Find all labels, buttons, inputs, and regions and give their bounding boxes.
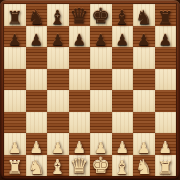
black-pawn-icon: ♟ <box>116 33 129 48</box>
white-pawn-icon: ♟ <box>159 141 172 156</box>
square-f2[interactable]: ♟ <box>112 133 134 155</box>
black-king-icon: ♚ <box>91 6 110 27</box>
square-f4[interactable] <box>112 90 134 112</box>
square-b1[interactable]: ♞ <box>26 155 48 177</box>
piece-white-bishop-f1[interactable]: ♝ <box>112 155 134 177</box>
piece-white-queen-d1[interactable]: ♛ <box>69 155 91 177</box>
square-b7[interactable]: ♟ <box>26 26 48 48</box>
white-knight-icon: ♞ <box>135 158 152 177</box>
square-d6[interactable] <box>69 47 91 69</box>
white-pawn-icon: ♟ <box>116 141 129 156</box>
square-f1[interactable]: ♝ <box>112 155 134 177</box>
square-b5[interactable] <box>26 69 48 91</box>
black-knight-icon: ♞ <box>135 8 152 27</box>
square-e7[interactable]: ♟ <box>90 26 112 48</box>
black-pawn-icon: ♟ <box>137 33 150 48</box>
square-c3[interactable] <box>47 112 69 134</box>
white-bishop-icon: ♝ <box>49 158 66 177</box>
square-e6[interactable] <box>90 47 112 69</box>
square-f7[interactable]: ♟ <box>112 26 134 48</box>
piece-white-rook-a1[interactable]: ♜ <box>4 155 26 177</box>
black-bishop-icon: ♝ <box>49 8 66 27</box>
black-bishop-icon: ♝ <box>114 8 131 27</box>
square-e5[interactable] <box>90 69 112 91</box>
black-rook-icon: ♜ <box>157 9 173 27</box>
square-b3[interactable] <box>26 112 48 134</box>
black-pawn-icon: ♟ <box>94 33 107 48</box>
piece-black-pawn-b7[interactable]: ♟ <box>26 26 48 48</box>
piece-black-pawn-e7[interactable]: ♟ <box>90 26 112 48</box>
piece-white-knight-b1[interactable]: ♞ <box>26 155 48 177</box>
piece-black-pawn-h7[interactable]: ♟ <box>155 26 177 48</box>
square-a2[interactable]: ♟ <box>4 133 26 155</box>
square-e8[interactable]: ♚ <box>90 4 112 26</box>
piece-white-bishop-c1[interactable]: ♝ <box>47 155 69 177</box>
square-h4[interactable] <box>155 90 177 112</box>
piece-white-pawn-a2[interactable]: ♟ <box>4 133 26 155</box>
square-g8[interactable]: ♞ <box>133 4 155 26</box>
piece-white-pawn-g2[interactable]: ♟ <box>133 133 155 155</box>
square-c7[interactable]: ♟ <box>47 26 69 48</box>
white-rook-icon: ♜ <box>7 159 23 177</box>
piece-white-knight-g1[interactable]: ♞ <box>133 155 155 177</box>
square-d1[interactable]: ♛ <box>69 155 91 177</box>
square-g4[interactable] <box>133 90 155 112</box>
white-pawn-icon: ♟ <box>51 141 64 156</box>
white-pawn-icon: ♟ <box>137 141 150 156</box>
square-d5[interactable] <box>69 69 91 91</box>
square-b6[interactable] <box>26 47 48 69</box>
black-rook-icon: ♜ <box>7 9 23 27</box>
square-g1[interactable]: ♞ <box>133 155 155 177</box>
square-f5[interactable] <box>112 69 134 91</box>
square-h8[interactable]: ♜ <box>155 4 177 26</box>
white-rook-icon: ♜ <box>157 159 173 177</box>
square-a3[interactable] <box>4 112 26 134</box>
square-d8[interactable]: ♛ <box>69 4 91 26</box>
square-c6[interactable] <box>47 47 69 69</box>
black-pawn-icon: ♟ <box>8 33 21 48</box>
white-knight-icon: ♞ <box>28 158 45 177</box>
square-c5[interactable] <box>47 69 69 91</box>
piece-black-king-e8[interactable]: ♚ <box>90 4 112 26</box>
square-f3[interactable] <box>112 112 134 134</box>
square-f6[interactable] <box>112 47 134 69</box>
piece-white-rook-h1[interactable]: ♜ <box>155 155 177 177</box>
piece-black-bishop-f8[interactable]: ♝ <box>112 4 134 26</box>
piece-black-pawn-d7[interactable]: ♟ <box>69 26 91 48</box>
black-pawn-icon: ♟ <box>51 33 64 48</box>
piece-white-pawn-e2[interactable]: ♟ <box>90 133 112 155</box>
square-f8[interactable]: ♝ <box>112 4 134 26</box>
piece-white-pawn-b2[interactable]: ♟ <box>26 133 48 155</box>
white-pawn-icon: ♟ <box>30 141 43 156</box>
board-frame: ♜♞♝♛♚♝♞♜♟♟♟♟♟♟♟♟♟♟♟♟♟♟♟♟♜♞♝♛♚♝♞♜ <box>0 0 180 180</box>
square-b2[interactable]: ♟ <box>26 133 48 155</box>
black-knight-icon: ♞ <box>28 8 45 27</box>
square-g6[interactable] <box>133 47 155 69</box>
square-h7[interactable]: ♟ <box>155 26 177 48</box>
piece-white-pawn-h2[interactable]: ♟ <box>155 133 177 155</box>
piece-black-pawn-a7[interactable]: ♟ <box>4 26 26 48</box>
square-a1[interactable]: ♜ <box>4 155 26 177</box>
square-c8[interactable]: ♝ <box>47 4 69 26</box>
square-h2[interactable]: ♟ <box>155 133 177 155</box>
white-bishop-icon: ♝ <box>114 158 131 177</box>
white-queen-icon: ♛ <box>70 156 89 177</box>
square-d4[interactable] <box>69 90 91 112</box>
black-pawn-icon: ♟ <box>73 33 86 48</box>
square-g2[interactable]: ♟ <box>133 133 155 155</box>
square-d7[interactable]: ♟ <box>69 26 91 48</box>
piece-white-king-e1[interactable]: ♚ <box>90 155 112 177</box>
piece-black-queen-d8[interactable]: ♛ <box>69 4 91 26</box>
square-g7[interactable]: ♟ <box>133 26 155 48</box>
square-g3[interactable] <box>133 112 155 134</box>
square-h6[interactable] <box>155 47 177 69</box>
piece-white-pawn-c2[interactable]: ♟ <box>47 133 69 155</box>
black-queen-icon: ♛ <box>70 6 89 27</box>
square-e2[interactable]: ♟ <box>90 133 112 155</box>
square-a4[interactable] <box>4 90 26 112</box>
square-g5[interactable] <box>133 69 155 91</box>
piece-black-knight-b8[interactable]: ♞ <box>26 4 48 26</box>
piece-black-bishop-c8[interactable]: ♝ <box>47 4 69 26</box>
black-pawn-icon: ♟ <box>159 33 172 48</box>
white-king-icon: ♚ <box>91 156 110 177</box>
piece-black-pawn-c7[interactable]: ♟ <box>47 26 69 48</box>
square-d2[interactable]: ♟ <box>69 133 91 155</box>
square-b4[interactable] <box>26 90 48 112</box>
square-h1[interactable]: ♜ <box>155 155 177 177</box>
square-c4[interactable] <box>47 90 69 112</box>
white-pawn-icon: ♟ <box>8 141 21 156</box>
piece-white-pawn-d2[interactable]: ♟ <box>69 133 91 155</box>
piece-black-knight-g8[interactable]: ♞ <box>133 4 155 26</box>
square-c1[interactable]: ♝ <box>47 155 69 177</box>
square-e4[interactable] <box>90 90 112 112</box>
square-e1[interactable]: ♚ <box>90 155 112 177</box>
piece-white-pawn-f2[interactable]: ♟ <box>112 133 134 155</box>
square-c2[interactable]: ♟ <box>47 133 69 155</box>
chess-board: ♜♞♝♛♚♝♞♜♟♟♟♟♟♟♟♟♟♟♟♟♟♟♟♟♜♞♝♛♚♝♞♜ <box>4 4 176 176</box>
square-b8[interactable]: ♞ <box>26 4 48 26</box>
square-a5[interactable] <box>4 69 26 91</box>
piece-black-pawn-f7[interactable]: ♟ <box>112 26 134 48</box>
square-h3[interactable] <box>155 112 177 134</box>
square-a8[interactable]: ♜ <box>4 4 26 26</box>
square-a6[interactable] <box>4 47 26 69</box>
black-pawn-icon: ♟ <box>30 33 43 48</box>
square-a7[interactable]: ♟ <box>4 26 26 48</box>
square-h5[interactable] <box>155 69 177 91</box>
square-d3[interactable] <box>69 112 91 134</box>
piece-black-rook-h8[interactable]: ♜ <box>155 4 177 26</box>
square-e3[interactable] <box>90 112 112 134</box>
piece-black-pawn-g7[interactable]: ♟ <box>133 26 155 48</box>
piece-black-rook-a8[interactable]: ♜ <box>4 4 26 26</box>
